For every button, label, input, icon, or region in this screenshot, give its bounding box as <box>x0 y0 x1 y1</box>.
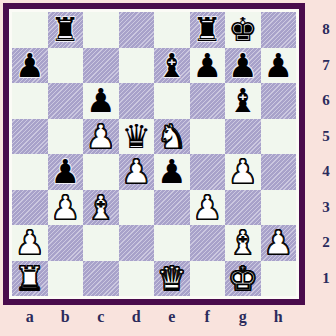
square-c4[interactable] <box>83 154 119 190</box>
square-d2[interactable] <box>119 225 155 261</box>
square-b8[interactable]: ♜ <box>48 12 84 48</box>
rank-label-1: 1 <box>317 261 335 297</box>
square-e6[interactable] <box>154 83 190 119</box>
square-a8[interactable] <box>12 12 48 48</box>
square-b1[interactable] <box>48 261 84 297</box>
square-c8[interactable] <box>83 12 119 48</box>
square-b3[interactable]: ♟ <box>48 190 84 226</box>
black-pawn-b4[interactable]: ♟ <box>50 154 80 190</box>
square-e8[interactable] <box>154 12 190 48</box>
square-g1[interactable]: ♚ <box>225 261 261 297</box>
square-d4[interactable]: ♟ <box>119 154 155 190</box>
square-h1[interactable] <box>261 261 297 297</box>
square-g5[interactable] <box>225 119 261 155</box>
square-h5[interactable] <box>261 119 297 155</box>
chess-board: ♜♜♚♟♝♟♟♟♟♝♟♛♞♟♟♟♟♟♝♟♟♝♟♜♛♚ <box>12 12 296 296</box>
square-g3[interactable] <box>225 190 261 226</box>
black-rook-b8[interactable]: ♜ <box>50 12 80 48</box>
square-a2[interactable]: ♟ <box>12 225 48 261</box>
black-pawn-e4[interactable]: ♟ <box>157 154 187 190</box>
square-d7[interactable] <box>119 48 155 84</box>
square-g7[interactable]: ♟ <box>225 48 261 84</box>
square-h7[interactable]: ♟ <box>261 48 297 84</box>
file-labels: abcdefgh <box>12 308 296 326</box>
chess-app: ♜♜♚♟♝♟♟♟♟♝♟♛♞♟♟♟♟♟♝♟♟♝♟♜♛♚ abcdefgh 8765… <box>0 0 336 336</box>
file-label-c: c <box>83 308 119 326</box>
square-c7[interactable] <box>83 48 119 84</box>
file-label-a: a <box>12 308 48 326</box>
black-queen-d5[interactable]: ♛ <box>121 119 151 155</box>
white-pawn-g4[interactable]: ♟ <box>228 154 258 190</box>
square-f5[interactable] <box>190 119 226 155</box>
square-b7[interactable] <box>48 48 84 84</box>
black-pawn-g7[interactable]: ♟ <box>228 48 258 84</box>
square-a4[interactable] <box>12 154 48 190</box>
square-f4[interactable] <box>190 154 226 190</box>
white-rook-a1[interactable]: ♜ <box>15 261 45 297</box>
white-pawn-d4[interactable]: ♟ <box>121 154 151 190</box>
square-d6[interactable] <box>119 83 155 119</box>
square-e2[interactable] <box>154 225 190 261</box>
black-pawn-h7[interactable]: ♟ <box>263 48 293 84</box>
square-e3[interactable] <box>154 190 190 226</box>
rank-label-6: 6 <box>317 83 335 119</box>
black-bishop-e7[interactable]: ♝ <box>157 48 187 84</box>
rank-labels: 87654321 <box>317 12 335 296</box>
white-queen-e1[interactable]: ♛ <box>157 261 187 297</box>
rank-label-8: 8 <box>317 12 335 48</box>
square-d5[interactable]: ♛ <box>119 119 155 155</box>
square-a5[interactable] <box>12 119 48 155</box>
rank-label-4: 4 <box>317 154 335 190</box>
white-pawn-c5[interactable]: ♟ <box>86 119 116 155</box>
square-c6[interactable]: ♟ <box>83 83 119 119</box>
black-pawn-f7[interactable]: ♟ <box>192 48 222 84</box>
file-label-d: d <box>119 308 155 326</box>
black-king-g8[interactable]: ♚ <box>228 12 258 48</box>
white-pawn-f3[interactable]: ♟ <box>192 190 222 226</box>
black-bishop-g6[interactable]: ♝ <box>228 83 258 119</box>
rank-label-5: 5 <box>317 119 335 155</box>
square-g8[interactable]: ♚ <box>225 12 261 48</box>
square-f1[interactable] <box>190 261 226 297</box>
file-label-f: f <box>190 308 226 326</box>
square-d1[interactable] <box>119 261 155 297</box>
black-pawn-c6[interactable]: ♟ <box>86 83 116 119</box>
square-c5[interactable]: ♟ <box>83 119 119 155</box>
square-b4[interactable]: ♟ <box>48 154 84 190</box>
white-pawn-a2[interactable]: ♟ <box>15 225 45 261</box>
black-rook-f8[interactable]: ♜ <box>192 12 222 48</box>
square-d8[interactable] <box>119 12 155 48</box>
white-king-g1[interactable]: ♚ <box>228 261 258 297</box>
file-label-h: h <box>261 308 297 326</box>
square-c2[interactable] <box>83 225 119 261</box>
file-label-b: b <box>48 308 84 326</box>
board-frame: ♜♜♚♟♝♟♟♟♟♝♟♛♞♟♟♟♟♟♝♟♟♝♟♜♛♚ <box>3 3 305 305</box>
square-a6[interactable] <box>12 83 48 119</box>
square-a7[interactable]: ♟ <box>12 48 48 84</box>
square-b6[interactable] <box>48 83 84 119</box>
square-f6[interactable] <box>190 83 226 119</box>
square-e7[interactable]: ♝ <box>154 48 190 84</box>
square-f7[interactable]: ♟ <box>190 48 226 84</box>
square-c1[interactable] <box>83 261 119 297</box>
square-f2[interactable] <box>190 225 226 261</box>
white-knight-e5[interactable]: ♞ <box>157 119 187 155</box>
square-h2[interactable]: ♟ <box>261 225 297 261</box>
square-a3[interactable] <box>12 190 48 226</box>
rank-label-2: 2 <box>317 225 335 261</box>
black-pawn-a7[interactable]: ♟ <box>15 48 45 84</box>
square-h6[interactable] <box>261 83 297 119</box>
square-a1[interactable]: ♜ <box>12 261 48 297</box>
white-bishop-c3[interactable]: ♝ <box>86 190 116 226</box>
square-b2[interactable] <box>48 225 84 261</box>
white-pawn-b3[interactable]: ♟ <box>50 190 80 226</box>
file-label-e: e <box>154 308 190 326</box>
white-pawn-h2[interactable]: ♟ <box>263 225 293 261</box>
square-d3[interactable] <box>119 190 155 226</box>
square-b5[interactable] <box>48 119 84 155</box>
square-f8[interactable]: ♜ <box>190 12 226 48</box>
square-h8[interactable] <box>261 12 297 48</box>
square-c3[interactable]: ♝ <box>83 190 119 226</box>
square-h4[interactable] <box>261 154 297 190</box>
file-label-g: g <box>225 308 261 326</box>
square-h3[interactable] <box>261 190 297 226</box>
square-g4[interactable]: ♟ <box>225 154 261 190</box>
white-bishop-g2[interactable]: ♝ <box>228 225 258 261</box>
rank-label-7: 7 <box>317 48 335 84</box>
square-g2[interactable]: ♝ <box>225 225 261 261</box>
square-e4[interactable]: ♟ <box>154 154 190 190</box>
square-g6[interactable]: ♝ <box>225 83 261 119</box>
square-e1[interactable]: ♛ <box>154 261 190 297</box>
rank-label-3: 3 <box>317 190 335 226</box>
square-e5[interactable]: ♞ <box>154 119 190 155</box>
square-f3[interactable]: ♟ <box>190 190 226 226</box>
